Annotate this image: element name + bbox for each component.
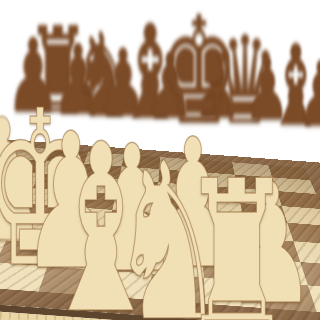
pieces-layer: ♜♟♟♞♟♝♟♟♚♛♟♝♟♟♚♟♟♟♟♝♞♜ [0, 0, 320, 320]
dark-pawn-piece[interactable]: ♟ [297, 50, 320, 139]
chess-set-photo: ♜♟♟♞♟♝♟♟♚♛♟♝♟♟♚♟♟♟♟♝♞♜ [0, 0, 320, 320]
light-rook-piece[interactable]: ♜ [180, 154, 293, 320]
